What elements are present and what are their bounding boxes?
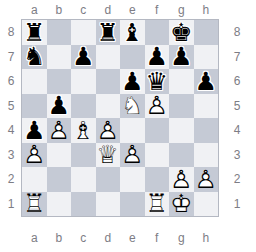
square-f7[interactable]: ♟ xyxy=(145,45,170,70)
square-g1[interactable]: ♚♔ xyxy=(169,192,194,217)
rank-label-6-left: 6 xyxy=(0,69,22,94)
piece-white-bishop: ♝♗ xyxy=(71,118,96,143)
square-h2[interactable]: ♟♙ xyxy=(194,167,219,192)
square-a8[interactable]: ♜ xyxy=(22,20,47,45)
piece-black-pawn: ♟ xyxy=(71,45,96,70)
file-label-b-top: b xyxy=(47,0,72,20)
square-h6[interactable]: ♟ xyxy=(194,69,219,94)
square-b8[interactable] xyxy=(47,20,72,45)
chessboard-layout: aabbccddeeffgghh8877665544332211♜♜♝♚♞♟♟♟… xyxy=(0,0,256,252)
piece-black-pawn: ♟ xyxy=(145,45,170,70)
square-h7[interactable] xyxy=(194,45,219,70)
file-label-e-bottom: e xyxy=(120,216,145,252)
piece-black-rook: ♜ xyxy=(22,20,47,45)
square-b5[interactable]: ♟ xyxy=(47,94,72,119)
piece-white-pawn: ♟♙ xyxy=(22,143,47,168)
square-f1[interactable]: ♜♖ xyxy=(145,192,170,217)
piece-white-queen: ♛♕ xyxy=(96,143,121,168)
square-d4[interactable]: ♟♙ xyxy=(96,118,121,143)
piece-white-pawn: ♟♙ xyxy=(96,118,121,143)
square-c4[interactable]: ♝♗ xyxy=(71,118,96,143)
rank-label-2-right: 2 xyxy=(218,167,256,192)
rank-label-8-left: 8 xyxy=(0,20,22,45)
square-d8[interactable]: ♜ xyxy=(96,20,121,45)
square-d6[interactable] xyxy=(96,69,121,94)
file-label-a-top: a xyxy=(22,0,47,20)
rank-label-4-left: 4 xyxy=(0,118,22,143)
square-f6[interactable]: ♛ xyxy=(145,69,170,94)
square-a7[interactable]: ♞ xyxy=(22,45,47,70)
piece-white-pawn: ♟♙ xyxy=(120,143,145,168)
square-a6[interactable] xyxy=(22,69,47,94)
square-h8[interactable] xyxy=(194,20,219,45)
file-label-h-bottom: h xyxy=(194,216,219,252)
square-f5[interactable]: ♟♙ xyxy=(145,94,170,119)
square-b4[interactable]: ♟♙ xyxy=(47,118,72,143)
square-f3[interactable] xyxy=(145,143,170,168)
square-g7[interactable]: ♟ xyxy=(169,45,194,70)
rank-label-7-left: 7 xyxy=(0,45,22,70)
rank-label-1-left: 1 xyxy=(0,192,22,217)
file-label-e-top: e xyxy=(120,0,145,20)
square-h4[interactable] xyxy=(194,118,219,143)
file-label-c-top: c xyxy=(71,0,96,20)
file-label-b-bottom: b xyxy=(47,216,72,252)
square-e3[interactable]: ♟♙ xyxy=(120,143,145,168)
square-e7[interactable] xyxy=(120,45,145,70)
square-e4[interactable] xyxy=(120,118,145,143)
square-c2[interactable] xyxy=(71,167,96,192)
square-f8[interactable] xyxy=(145,20,170,45)
piece-black-pawn: ♟ xyxy=(47,94,72,119)
piece-white-pawn: ♟♙ xyxy=(47,118,72,143)
square-f2[interactable] xyxy=(145,167,170,192)
file-label-g-bottom: g xyxy=(169,216,194,252)
file-label-f-bottom: f xyxy=(145,216,170,252)
chess-diagram: aabbccddeeffgghh8877665544332211♜♜♝♚♞♟♟♟… xyxy=(0,0,256,252)
square-a3[interactable]: ♟♙ xyxy=(22,143,47,168)
rank-label-2-left: 2 xyxy=(0,167,22,192)
rank-label-3-left: 3 xyxy=(0,143,22,168)
piece-white-rook: ♜♖ xyxy=(145,192,170,217)
square-c3[interactable] xyxy=(71,143,96,168)
piece-black-king: ♚ xyxy=(169,20,194,45)
piece-white-pawn: ♟♙ xyxy=(194,167,219,192)
square-b2[interactable] xyxy=(47,167,72,192)
square-h5[interactable] xyxy=(194,94,219,119)
square-d1[interactable] xyxy=(96,192,121,217)
file-label-h-top: h xyxy=(194,0,219,20)
square-g2[interactable]: ♟♙ xyxy=(169,167,194,192)
square-a1[interactable]: ♜♖ xyxy=(22,192,47,217)
square-e5[interactable]: ♞♘ xyxy=(120,94,145,119)
piece-black-bishop: ♝ xyxy=(120,20,145,45)
square-g6[interactable] xyxy=(169,69,194,94)
square-d3[interactable]: ♛♕ xyxy=(96,143,121,168)
square-a4[interactable]: ♟ xyxy=(22,118,47,143)
square-f4[interactable] xyxy=(145,118,170,143)
square-c8[interactable] xyxy=(71,20,96,45)
piece-white-knight: ♞♘ xyxy=(120,94,145,119)
square-b7[interactable] xyxy=(47,45,72,70)
square-a2[interactable] xyxy=(22,167,47,192)
rank-label-1-right: 1 xyxy=(218,192,256,217)
square-h3[interactable] xyxy=(194,143,219,168)
piece-black-pawn: ♟ xyxy=(120,69,145,94)
square-c1[interactable] xyxy=(71,192,96,217)
square-g8[interactable]: ♚ xyxy=(169,20,194,45)
rank-label-4-right: 4 xyxy=(218,118,256,143)
file-label-c-bottom: c xyxy=(71,216,96,252)
file-label-a-bottom: a xyxy=(22,216,47,252)
piece-black-knight: ♞ xyxy=(22,45,47,70)
piece-black-pawn: ♟ xyxy=(169,45,194,70)
piece-white-pawn: ♟♙ xyxy=(145,94,170,119)
rank-label-3-right: 3 xyxy=(218,143,256,168)
rank-label-5-right: 5 xyxy=(218,94,256,119)
square-c6[interactable] xyxy=(71,69,96,94)
piece-black-pawn: ♟ xyxy=(22,118,47,143)
square-e2[interactable] xyxy=(120,167,145,192)
file-label-f-top: f xyxy=(145,0,170,20)
square-a5[interactable] xyxy=(22,94,47,119)
rank-label-5-left: 5 xyxy=(0,94,22,119)
square-c5[interactable] xyxy=(71,94,96,119)
file-label-d-bottom: d xyxy=(96,216,121,252)
piece-white-pawn: ♟♙ xyxy=(169,167,194,192)
square-b1[interactable] xyxy=(47,192,72,217)
square-d5[interactable] xyxy=(96,94,121,119)
square-g5[interactable] xyxy=(169,94,194,119)
square-c7[interactable]: ♟ xyxy=(71,45,96,70)
square-g4[interactable] xyxy=(169,118,194,143)
square-e1[interactable] xyxy=(120,192,145,217)
square-b6[interactable] xyxy=(47,69,72,94)
piece-black-queen: ♛ xyxy=(145,69,170,94)
square-b3[interactable] xyxy=(47,143,72,168)
rank-label-7-right: 7 xyxy=(218,45,256,70)
square-d7[interactable] xyxy=(96,45,121,70)
file-label-d-top: d xyxy=(96,0,121,20)
square-g3[interactable] xyxy=(169,143,194,168)
piece-white-rook: ♜♖ xyxy=(22,192,47,217)
square-e6[interactable]: ♟ xyxy=(120,69,145,94)
square-h1[interactable] xyxy=(194,192,219,217)
piece-black-rook: ♜ xyxy=(96,20,121,45)
rank-label-6-right: 6 xyxy=(218,69,256,94)
file-label-g-top: g xyxy=(169,0,194,20)
rank-label-8-right: 8 xyxy=(218,20,256,45)
square-e8[interactable]: ♝ xyxy=(120,20,145,45)
square-d2[interactable] xyxy=(96,167,121,192)
piece-white-king: ♚♔ xyxy=(169,192,194,217)
piece-black-pawn: ♟ xyxy=(194,69,219,94)
